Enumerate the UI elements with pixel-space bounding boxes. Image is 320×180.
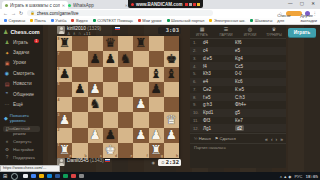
move-list: 1. d4 Кf62. c4 e53. d:e5 Кg44. f4 Сc55. …	[190, 39, 286, 132]
bookmark-item[interactable]: Мои уроки	[138, 18, 162, 23]
move-black[interactable]: Фh4+	[235, 102, 267, 107]
top-player-flag-russia	[115, 27, 120, 30]
tab-title: Играть в шахматы с соперником	[10, 3, 60, 8]
taskbar-search-icon[interactable]	[11, 173, 18, 180]
panel-tab-Турниры[interactable]: ♛ Турниры	[262, 25, 286, 38]
taskbar-app-icons	[23, 174, 84, 179]
piece-black-pawn[interactable]: ♟	[72, 82, 87, 97]
upgrade-label: Повысить уровень	[10, 113, 43, 123]
square-c6[interactable]	[88, 67, 103, 82]
move-nav: «‹›»	[265, 136, 283, 142]
move-white[interactable]: Лg1	[203, 126, 235, 131]
lock-icon: 🔒	[30, 11, 34, 15]
move-row: 6. e4 Кc6	[190, 78, 286, 86]
move-row: 5. Кh3 0-0	[190, 70, 286, 78]
square-e2[interactable]	[118, 128, 133, 143]
sidebar-footer-Свернуть[interactable]: « Свернуть	[0, 137, 43, 145]
piece-black-pawn[interactable]: ♟	[57, 67, 72, 82]
square-e4[interactable]	[118, 97, 133, 112]
square-d5[interactable]	[103, 82, 118, 97]
chess-board: 8♜♛♜7♟♟♞♚6♟♝♝5♟♟♟4♞♟3♟♛2♟♟♟♟♟1a♜bcd♚efg♜…	[57, 36, 179, 158]
piece-black-bishop[interactable]: ♝	[164, 67, 179, 82]
rank-label: 2	[58, 128, 60, 132]
move-black[interactable]: С:h3	[235, 95, 267, 100]
Играть-tab-icon: ▦	[200, 26, 205, 32]
square-f7[interactable]	[133, 51, 148, 66]
square-f1[interactable]: f	[133, 143, 148, 158]
sidebar-item-label: Смотреть	[13, 71, 34, 76]
browser-addressbar: ← → ↻ 🔒 chess.com/game/live ☆ ⋮	[0, 9, 320, 18]
draw-button[interactable]: ½ Ничья	[194, 136, 211, 141]
square-f6[interactable]	[133, 67, 148, 82]
watchers-icon: ◉	[152, 160, 156, 165]
square-f3[interactable]	[133, 112, 148, 127]
move-black[interactable]: g5	[235, 110, 267, 115]
footer-item-label: Поддержка	[13, 155, 35, 160]
move-row: 7. Сe2 К:e5	[190, 86, 286, 94]
panel-tab-Игроки[interactable]: ◎ Игроки	[238, 25, 262, 38]
record-icon	[131, 3, 134, 6]
square-d4[interactable]	[103, 97, 118, 112]
move-white[interactable]: Сe2	[203, 87, 235, 92]
timer-icon: ⏱	[161, 160, 164, 165]
bookmark-favicon	[138, 19, 141, 22]
bandicam-status-icons	[185, 3, 200, 6]
tray-language[interactable]: РУС	[294, 174, 302, 179]
bookmark-item[interactable]: Сервисы	[4, 18, 25, 23]
rank-label: 5	[58, 82, 60, 86]
sidebar-item-Задачи[interactable]: ✦ Задачи	[0, 47, 43, 57]
move-black[interactable]: Кg4	[235, 56, 267, 61]
start-button[interactable]: ⊞	[3, 173, 7, 179]
square-e1[interactable]: e	[118, 143, 133, 158]
square-f8[interactable]: ♜	[133, 36, 148, 51]
rank-label: 4	[58, 98, 60, 102]
taskbar-app-icon[interactable]	[39, 174, 44, 179]
Общение-icon: ❞	[4, 91, 10, 97]
move-number: 1.	[193, 40, 203, 45]
square-c3[interactable]	[88, 112, 103, 127]
chat-area[interactable]: Партия началась	[190, 143, 286, 150]
bookmark-item[interactable]: Электронная шк.	[209, 18, 245, 23]
square-h7[interactable]: ♚	[164, 51, 179, 66]
bookmark-favicon	[30, 19, 33, 22]
footer-item-label: Настройки	[13, 147, 34, 152]
windows-taskbar: ⊞ ˄ ▲ ◆ РУС 18:05	[0, 172, 320, 180]
square-h6[interactable]: ♝	[164, 67, 179, 82]
bottom-player-clock: ⏱2:32	[158, 159, 181, 167]
bookmark-item[interactable]: Почта	[30, 18, 46, 23]
piece-white-king[interactable]: ♚	[103, 143, 118, 158]
piece-black-rook[interactable]: ♜	[57, 36, 72, 51]
square-e6[interactable]	[118, 67, 133, 82]
panel-tab-label: Турниры	[266, 33, 282, 37]
square-e5[interactable]	[118, 82, 133, 97]
square-b1[interactable]: b	[72, 143, 87, 158]
top-player-bar: kirill2010 (1329) ♙ ♗ ♘ +11 3:03	[57, 26, 181, 35]
Ещё-icon: ⋯	[4, 101, 10, 107]
bottom-player-flag-russia	[105, 159, 110, 162]
screen: Играть в шахматы с соперником ✕ WhatsApp…	[0, 0, 320, 180]
game-panel: ▦ Играть☰ Партии◎ Игроки♛ Турниры 1. d4 …	[190, 25, 286, 168]
square-b6[interactable]	[72, 67, 87, 82]
square-f2[interactable]: ♟	[133, 128, 148, 143]
square-c2[interactable]: ♟	[88, 128, 103, 143]
back-icon[interactable]: ←	[3, 10, 8, 16]
chesscom-logo[interactable]: ♟ Chess.com	[0, 25, 43, 37]
move-white[interactable]: d4	[203, 40, 235, 45]
Настройки-icon: ⚙	[4, 147, 10, 152]
move-black[interactable]: Кe7	[235, 118, 267, 123]
move-nav-button[interactable]: »	[280, 136, 283, 142]
square-g2[interactable]: ♟	[149, 128, 164, 143]
Свернуть-icon: «	[4, 139, 10, 144]
piece-black-rook[interactable]: ♜	[133, 36, 148, 51]
sidebar-item-label: Уроки	[13, 60, 26, 65]
tab-favicon	[68, 4, 71, 7]
bookmark-favicon	[51, 19, 54, 22]
Светлый режим-icon: ☀	[4, 128, 10, 133]
move-black[interactable]: Кf6	[235, 40, 267, 45]
move-number: 9.	[193, 102, 203, 107]
bandicam-watermark: www.BANDICAM.com	[128, 0, 203, 8]
move-white[interactable]: Кh3	[203, 71, 235, 76]
system-tray: ˄ ▲ ◆ РУС 18:05	[280, 174, 318, 179]
resign-button[interactable]: ⚑ Сдаться	[215, 136, 236, 141]
square-g5[interactable]: ♟	[149, 82, 164, 97]
bookmark-item[interactable]: Шахматы	[250, 18, 272, 23]
square-d7[interactable]: ♟	[103, 51, 118, 66]
move-row: 8. f:e5 С:h3	[190, 93, 286, 101]
browser-tabstrip: Играть в шахматы с соперником ✕ WhatsApp…	[0, 0, 320, 9]
bookmark-item[interactable]: Школьный портал	[167, 18, 205, 23]
move-row: 3. d:e5 Кg4	[190, 55, 286, 63]
sidebar-item-label: Играть	[13, 40, 28, 45]
piece-black-bishop[interactable]: ♝	[149, 67, 164, 82]
piece-black-queen[interactable]: ♛	[103, 36, 118, 51]
sidebar-item-Общение[interactable]: ❞ Общение	[0, 89, 43, 99]
move-white[interactable]: f:e5	[203, 95, 235, 100]
move-row: 12. Лg1 d2	[190, 124, 286, 132]
bookmark-item[interactable]: CONTEXT Помощь	[93, 18, 133, 23]
Турниры-tab-icon: ♛	[272, 26, 276, 32]
move-white[interactable]: c4	[203, 48, 235, 53]
move-row: 9. g:h3 Фh4+	[190, 101, 286, 109]
status-url-text: https://www.chess.com/…	[3, 166, 46, 170]
upgrade-link[interactable]: ◆ Повысить уровень	[0, 110, 43, 123]
piece-white-queen[interactable]: ♛	[164, 112, 179, 127]
url-field[interactable]: 🔒 chess.com/game/live	[27, 10, 213, 16]
sidebar: ♟ Chess.com ♟ Играть1✦ Задачи▣ Уроки◉ См…	[0, 25, 43, 172]
square-c7[interactable]: ♟	[88, 51, 103, 66]
square-e3[interactable]	[118, 112, 133, 127]
square-d1[interactable]: d♚	[103, 143, 118, 158]
bandicam-label: www.BANDICAM.com	[136, 2, 183, 7]
square-a4[interactable]: 4	[57, 97, 72, 112]
square-e7[interactable]: ♞	[118, 51, 133, 66]
move-black[interactable]: d2	[235, 125, 244, 131]
taskbar-app-icon[interactable]	[79, 174, 84, 179]
square-b4[interactable]	[72, 97, 87, 112]
notification-badge: 1	[34, 39, 39, 43]
square-g6[interactable]: ♝	[149, 67, 164, 82]
panel-tabs: ▦ Играть☰ Партии◎ Игроки♛ Турниры	[190, 25, 286, 39]
square-e8[interactable]	[118, 36, 133, 51]
square-a1[interactable]: 1a♜	[57, 143, 72, 158]
taskbar-app-icon[interactable]	[71, 174, 76, 179]
Играть-icon: ♟	[4, 39, 10, 45]
sidebar-item-Смотреть[interactable]: ◉ Смотреть	[0, 68, 43, 78]
move-row: 1. d4 Кf6	[190, 39, 286, 47]
move-white[interactable]: d:e5	[203, 56, 235, 61]
chess-page: ♟ Chess.com ♟ Играть1✦ Задачи▣ Уроки◉ См…	[0, 25, 320, 172]
bottom-player-bar: Danil0545 (1343) ◉ ⏱2:32	[57, 158, 181, 167]
square-h4[interactable]	[164, 97, 179, 112]
square-g4[interactable]	[149, 97, 164, 112]
footer-item-label: Свернуть	[13, 139, 31, 144]
bookmarks-bar: СервисыПочтаУчёбаВидеоCONTEXT ПомощьМои …	[0, 18, 320, 26]
bookmark-favicon	[4, 19, 7, 22]
browser-tab[interactable]: Играть в шахматы с соперником ✕	[2, 1, 68, 9]
top-player-avatar[interactable]	[57, 26, 65, 34]
square-d2[interactable]: ♟	[103, 128, 118, 143]
sidebar-footer-Настройки[interactable]: ⚙ Настройки	[0, 146, 43, 154]
move-number: 4.	[193, 64, 203, 69]
piece-black-pawn[interactable]: ♟	[103, 51, 118, 66]
square-c1[interactable]: c	[88, 143, 103, 158]
square-b7[interactable]	[72, 51, 87, 66]
square-d3[interactable]	[103, 112, 118, 127]
piece-white-pawn[interactable]: ♟	[149, 128, 164, 143]
square-g1[interactable]: g♜	[149, 143, 164, 158]
sidebar-item-Ещё[interactable]: ⋯ Ещё	[0, 99, 43, 109]
move-row: 11. Фf3 Кe7	[190, 117, 286, 125]
move-white[interactable]: g:h3	[203, 102, 235, 107]
Поддержка-icon: ?	[4, 155, 10, 160]
piece-black-pawn[interactable]: ♟	[88, 51, 103, 66]
square-h1[interactable]: h	[164, 143, 179, 158]
diamond-icon: ◆	[4, 115, 8, 121]
bookmark-favicon	[250, 19, 253, 22]
piece-black-knight[interactable]: ♞	[118, 51, 133, 66]
square-c8[interactable]	[88, 36, 103, 51]
bookmark-favicon	[167, 19, 170, 22]
top-player-clock: 3:03	[158, 27, 181, 35]
move-number: 12.	[193, 126, 203, 131]
tab-title: WhatsApp	[73, 3, 123, 8]
panel-tab-label: Партии	[220, 33, 233, 37]
taskbar-app-icon[interactable]	[31, 174, 36, 179]
bookmark-item[interactable]: Видео	[71, 18, 87, 23]
square-b8[interactable]	[72, 36, 87, 51]
reload-icon[interactable]: ↻	[19, 10, 23, 16]
move-number: 10.	[193, 110, 203, 115]
move-black[interactable]: Сc5	[235, 64, 267, 69]
Игроки-tab-icon: ◎	[248, 26, 252, 32]
move-nav-button[interactable]: ‹	[271, 136, 273, 142]
piece-white-rook[interactable]: ♜	[149, 143, 164, 158]
square-c4[interactable]: ♞	[88, 97, 103, 112]
logo-text: Chess.com	[10, 29, 39, 35]
bookmark-favicon	[209, 19, 212, 22]
square-g7[interactable]	[149, 51, 164, 66]
bottom-player-name[interactable]: Danil0545 (1343)	[67, 158, 104, 163]
browser-status-url: https://www.chess.com/…	[0, 165, 60, 172]
square-f5[interactable]	[133, 82, 148, 97]
square-a2[interactable]: 2	[57, 128, 72, 143]
footer-item-label: Светлый режим	[13, 126, 43, 136]
url-text: chess.com/game/live	[37, 11, 79, 16]
play-button[interactable]: Играть	[288, 28, 316, 37]
sidebar-footer: ☀ Светлый режим« Свернуть⚙ Настройки? По…	[0, 124, 43, 162]
square-h3[interactable]: ♛	[164, 112, 179, 127]
piece-white-rook[interactable]: ♜	[57, 143, 72, 158]
move-number: 2.	[193, 48, 203, 53]
piece-black-pawn[interactable]: ♟	[103, 128, 118, 143]
square-b3[interactable]	[72, 112, 87, 127]
square-h8[interactable]	[164, 36, 179, 51]
move-white[interactable]: e4	[203, 79, 235, 84]
move-black[interactable]: 0-0	[235, 71, 267, 76]
move-number: 3.	[193, 56, 203, 61]
move-white[interactable]: Крd1	[203, 110, 235, 115]
square-a7[interactable]: 7	[57, 51, 72, 66]
piece-black-knight[interactable]: ♞	[88, 97, 103, 112]
move-number: 11.	[193, 118, 203, 123]
sidebar-footer-Поддержка[interactable]: ? Поддержка	[0, 154, 43, 162]
rank-label: 7	[58, 52, 60, 56]
bookmark-favicon	[71, 19, 74, 22]
square-h5[interactable]	[164, 82, 179, 97]
piece-white-pawn[interactable]: ♟	[133, 128, 148, 143]
square-b2[interactable]	[72, 128, 87, 143]
move-nav-button[interactable]: ›	[276, 136, 278, 142]
piece-white-pawn[interactable]: ♟	[133, 97, 148, 112]
bookmark-item[interactable]: Учёба	[51, 18, 67, 23]
move-black[interactable]: Кc6	[235, 79, 267, 84]
square-c5[interactable]: ♟	[88, 82, 103, 97]
window-controls[interactable]: — ▢ ✕	[288, 1, 318, 6]
forward-icon[interactable]: →	[11, 10, 16, 16]
chat-message: Партия началась	[190, 143, 286, 150]
move-number: 6.	[193, 79, 203, 84]
taskbar-app-icon[interactable]	[63, 174, 68, 179]
piece-black-king[interactable]: ♚	[164, 51, 179, 66]
taskbar-app-icon[interactable]	[47, 174, 52, 179]
sidebar-item-Играть[interactable]: ♟ Играть1	[0, 37, 43, 47]
square-b5[interactable]: ♟	[72, 82, 87, 97]
piece-white-pawn[interactable]: ♟	[164, 128, 179, 143]
move-black[interactable]: К:e5	[235, 87, 267, 92]
square-a5[interactable]: 5	[57, 82, 72, 97]
panel-tab-Партии[interactable]: ☰ Партии	[214, 25, 238, 38]
Партии-tab-icon: ☰	[224, 26, 228, 32]
Новости-icon: ▤	[4, 81, 10, 87]
sidebar-item-Уроки[interactable]: ▣ Уроки	[0, 58, 43, 68]
square-d6[interactable]	[103, 67, 118, 82]
move-row: 4. f4 Сc5	[190, 62, 286, 70]
move-number: 8.	[193, 95, 203, 100]
sidebar-item-label: Новости	[13, 81, 32, 86]
square-d8[interactable]: ♛	[103, 36, 118, 51]
bookmark-favicon	[93, 19, 96, 22]
piece-white-pawn[interactable]: ♟	[57, 112, 72, 127]
move-number: 5.	[193, 71, 203, 76]
piece-black-pawn[interactable]: ♟	[149, 82, 164, 97]
move-white[interactable]: f4	[203, 64, 235, 69]
piece-white-pawn[interactable]: ♟	[88, 82, 103, 97]
panel-tab-Играть[interactable]: ▦ Играть	[190, 25, 214, 38]
browser-tab[interactable]: WhatsApp ✕	[65, 1, 131, 9]
square-a6[interactable]: 6♟	[57, 67, 72, 82]
move-nav-button[interactable]: «	[265, 136, 268, 142]
tray-clock[interactable]: 18:05	[305, 174, 318, 179]
taskbar-app-icon[interactable]	[23, 174, 28, 179]
move-row: 10. Крd1 g5	[190, 109, 286, 117]
square-g8[interactable]	[149, 36, 164, 51]
tab-favicon	[5, 4, 8, 7]
sidebar-item-label: Задачи	[13, 50, 29, 55]
panel-tab-label: Игроки	[244, 33, 257, 37]
Задачи-icon: ✦	[4, 50, 10, 56]
sidebar-item-label: Общение	[13, 92, 34, 97]
sidebar-item-Новости[interactable]: ▤ Новости	[0, 79, 43, 89]
move-black[interactable]: e5	[235, 48, 267, 53]
move-white[interactable]: Фf3	[203, 118, 235, 123]
sidebar-item-label: Ещё	[13, 102, 23, 107]
square-h2[interactable]: ♟	[164, 128, 179, 143]
Уроки-icon: ▣	[4, 60, 10, 66]
logo-pawn-icon: ♟	[3, 28, 8, 35]
piece-white-pawn[interactable]: ♟	[88, 128, 103, 143]
square-f4[interactable]: ♟	[133, 97, 148, 112]
square-a3[interactable]: 3♟	[57, 112, 72, 127]
taskbar-app-icon[interactable]	[55, 174, 60, 179]
sidebar-footer-Светлый режим[interactable]: ☀ Светлый режим	[0, 124, 43, 137]
move-number: 7.	[193, 87, 203, 92]
square-g3[interactable]	[149, 112, 164, 127]
Смотреть-icon: ◉	[4, 70, 10, 76]
square-a8[interactable]: 8♜	[57, 36, 72, 51]
panel-tab-label: Играть	[196, 33, 208, 37]
move-row: 2. c4 e5	[190, 47, 286, 55]
